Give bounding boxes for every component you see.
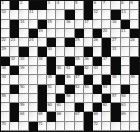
cell-r10c6[interactable]: 51: [47, 85, 56, 94]
cell-r2c11[interactable]: 12: [93, 10, 102, 19]
cell-r12c10[interactable]: [84, 103, 93, 112]
cell-r8c14[interactable]: [121, 66, 130, 75]
crossword-grid: 1234567891011121314151617181920212223242…: [0, 0, 140, 132]
cell-r7c9[interactable]: 35: [75, 57, 84, 66]
clue-number: 43: [93, 66, 97, 70]
cell-r5c15[interactable]: 28: [130, 38, 139, 47]
cell-r5c14[interactable]: [121, 38, 130, 47]
cell-r5c11[interactable]: 26: [93, 38, 102, 47]
cell-r8c12[interactable]: [102, 66, 111, 75]
cell-r1c2-block: [10, 1, 19, 10]
cell-r12c8[interactable]: [65, 103, 74, 112]
cell-r6c5-block: [38, 47, 47, 56]
cell-r9c11[interactable]: [93, 75, 102, 84]
cell-r7c10[interactable]: 36: [84, 57, 93, 66]
clue-number: 49: [130, 75, 134, 79]
cell-r2c10-block: [84, 10, 93, 19]
clue-number: 61: [57, 103, 61, 107]
cell-r12c1[interactable]: [1, 103, 10, 112]
cell-r4c14[interactable]: 21: [121, 29, 130, 38]
cell-r1c1[interactable]: 1: [1, 1, 10, 10]
cell-r2c5[interactable]: [38, 10, 47, 19]
cell-r3c10[interactable]: 17: [84, 20, 93, 29]
cell-r11c10[interactable]: [84, 94, 93, 103]
cell-r7c4[interactable]: [29, 57, 38, 66]
clue-number: 25: [75, 38, 79, 42]
cell-r3c15[interactable]: [130, 20, 139, 29]
cell-r4c3[interactable]: [19, 29, 28, 38]
clue-number: 34: [38, 57, 42, 61]
cell-r5c12-block: [102, 38, 111, 47]
cell-r1c10-block: [84, 1, 93, 10]
cell-r13c13-block: [111, 112, 120, 121]
clue-number: 4: [57, 1, 59, 5]
cell-r14c3[interactable]: [19, 122, 28, 131]
clue-number: 10: [2, 10, 6, 14]
cell-r6c10-block: [84, 47, 93, 56]
clue-number: 24: [29, 38, 33, 42]
cell-r11c8[interactable]: 56: [65, 94, 74, 103]
cell-r13c4[interactable]: [29, 112, 38, 121]
clue-number: 35: [75, 57, 79, 61]
cell-r7c14[interactable]: [121, 57, 130, 66]
cell-r9c14[interactable]: [121, 75, 130, 84]
cell-r12c15[interactable]: [130, 103, 139, 112]
cell-r10c2-block: [10, 85, 19, 94]
cell-r13c11[interactable]: 68: [93, 112, 102, 121]
cell-r7c1-block: [1, 57, 10, 66]
cell-r14c5[interactable]: 71: [38, 122, 47, 131]
cell-r4c4-block: [29, 29, 38, 38]
cell-r6c7[interactable]: [56, 47, 65, 56]
cell-r11c13[interactable]: 57: [111, 94, 120, 103]
cell-r10c5-block: [38, 85, 47, 94]
clue-number: 2: [20, 1, 22, 5]
cell-r8c2-block: [10, 66, 19, 75]
cell-r2c3[interactable]: [19, 10, 28, 19]
cell-r14c12[interactable]: [102, 122, 111, 131]
cell-r2c6[interactable]: [47, 10, 56, 19]
cell-r13c2-block: [10, 112, 19, 121]
cell-r4c15-block: [130, 29, 139, 38]
clue-number: 48: [112, 75, 116, 79]
cell-r3c9[interactable]: [75, 20, 84, 29]
clue-number: 31: [112, 47, 116, 51]
cell-r14c6[interactable]: [47, 122, 56, 131]
cell-r8c7[interactable]: 40: [56, 66, 65, 75]
cell-r3c1[interactable]: [1, 20, 10, 29]
cell-r7c15-block: [130, 57, 139, 66]
cell-r13c10-block: [84, 112, 93, 121]
clue-number: 20: [103, 29, 107, 33]
cell-r4c8[interactable]: [65, 29, 74, 38]
cell-r9c4[interactable]: [29, 75, 38, 84]
cell-r2c9[interactable]: [75, 10, 84, 19]
clue-number: 69: [121, 112, 125, 116]
cell-r13c7[interactable]: 66: [56, 112, 65, 121]
cell-r1c4-block: [29, 1, 38, 10]
cell-r5c5[interactable]: [38, 38, 47, 47]
cell-r12c2-block: [10, 103, 19, 112]
cell-r5c13[interactable]: 27: [111, 38, 120, 47]
cell-r9c3[interactable]: [19, 75, 28, 84]
cell-r8c9-block: [75, 66, 84, 75]
cell-r5c8-block: [65, 38, 74, 47]
cell-r11c6[interactable]: [47, 94, 56, 103]
cell-r4c5[interactable]: 19: [38, 29, 47, 38]
clue-number: 27: [112, 38, 116, 42]
cell-r10c3[interactable]: 50: [19, 85, 28, 94]
cell-r14c1[interactable]: 70: [1, 122, 10, 131]
clue-number: 68: [93, 112, 97, 116]
clue-number: 19: [38, 29, 42, 33]
clue-number: 44: [2, 75, 6, 79]
clue-number: 40: [57, 66, 61, 70]
cell-r14c2[interactable]: [10, 122, 19, 131]
cell-r14c8[interactable]: [65, 122, 74, 131]
cell-r3c7[interactable]: [56, 20, 65, 29]
cell-r9c2[interactable]: [10, 75, 19, 84]
cell-r13c6-block: [47, 112, 56, 121]
cell-r5c10[interactable]: [84, 38, 93, 47]
cell-r12c6[interactable]: 60: [47, 103, 56, 112]
cell-r7c5[interactable]: 34: [38, 57, 47, 66]
cell-r3c14-block: [121, 20, 130, 29]
cell-r1c5-block: [38, 1, 47, 10]
cell-r6c9[interactable]: [75, 47, 84, 56]
cell-r9c10-block: [84, 75, 93, 84]
clue-number: 59: [20, 103, 24, 107]
clue-number: 6: [93, 1, 95, 5]
cell-r5c9[interactable]: 25: [75, 38, 84, 47]
clue-number: 38: [2, 66, 6, 70]
cell-r11c14[interactable]: 58: [121, 94, 130, 103]
cell-r14c9[interactable]: [75, 122, 84, 131]
cell-r9c8[interactable]: 46: [65, 75, 74, 84]
clue-number: 21: [121, 29, 125, 33]
clue-number: 32: [11, 57, 15, 61]
cell-r13c9[interactable]: 67: [75, 112, 84, 121]
cell-r2c13-block: [111, 10, 120, 19]
clue-number: 42: [84, 66, 88, 70]
cell-r1c12[interactable]: 7: [102, 1, 111, 10]
cell-r10c9[interactable]: 52: [75, 85, 84, 94]
cell-r12c14[interactable]: 63: [121, 103, 130, 112]
cell-r14c4-block: [29, 122, 38, 131]
cell-r1c9[interactable]: 5: [75, 1, 84, 10]
cell-r7c12[interactable]: 37: [102, 57, 111, 66]
cell-r8c6-block: [47, 66, 56, 75]
cell-r6c2[interactable]: [10, 47, 19, 56]
cell-r13c8[interactable]: [65, 112, 74, 121]
cell-r11c11[interactable]: [93, 94, 102, 103]
cell-r7c13-block: [111, 57, 120, 66]
clue-number: 29: [2, 47, 6, 51]
clue-number: 71: [38, 122, 42, 126]
cell-r12c7[interactable]: 61: [56, 103, 65, 112]
clue-number: 50: [20, 85, 24, 89]
cell-r3c13[interactable]: 18: [111, 20, 120, 29]
cell-r9c1[interactable]: 44: [1, 75, 10, 84]
cell-r14c14[interactable]: [121, 122, 130, 131]
cell-r6c14[interactable]: [121, 47, 130, 56]
cell-r12c9-block: [75, 103, 84, 112]
cell-r2c8-block: [65, 10, 74, 19]
cell-r2c7[interactable]: [56, 10, 65, 19]
cell-r13c5[interactable]: 65: [38, 112, 47, 121]
cell-r8c3[interactable]: 39: [19, 66, 28, 75]
cell-r10c14-block: [121, 85, 130, 94]
cell-r13c3[interactable]: 64: [19, 112, 28, 121]
cell-r3c8[interactable]: 16: [65, 20, 74, 29]
cell-r2c1[interactable]: 10: [1, 10, 10, 19]
cell-r13c1[interactable]: [1, 112, 10, 121]
cell-r14c7[interactable]: [56, 122, 65, 131]
clue-number: 46: [66, 75, 70, 79]
cell-r5c2[interactable]: 23: [10, 38, 19, 47]
cell-r6c6[interactable]: 30: [47, 47, 56, 56]
cell-r4c12[interactable]: 20: [102, 29, 111, 38]
cell-r2c14[interactable]: 13: [121, 10, 130, 19]
cell-r3c5-block: [38, 20, 47, 29]
cell-r7c7[interactable]: [56, 57, 65, 66]
cell-r14c10-block: [84, 122, 93, 131]
cell-r11c4[interactable]: [29, 94, 38, 103]
cell-r8c10[interactable]: 42: [84, 66, 93, 75]
cell-r11c2[interactable]: [10, 94, 19, 103]
clue-number: 70: [2, 122, 6, 126]
cell-r14c15[interactable]: [130, 122, 139, 131]
clue-number: 67: [75, 112, 79, 116]
clue-number: 16: [66, 20, 70, 24]
clue-number: 53: [84, 85, 88, 89]
cell-r6c11[interactable]: [93, 47, 102, 56]
cell-r9c9[interactable]: 47: [75, 75, 84, 84]
cell-r8c13-block: [111, 66, 120, 75]
cell-r10c12[interactable]: 54: [102, 85, 111, 94]
clue-number: 66: [57, 112, 61, 116]
cell-r7c11-block: [93, 57, 102, 66]
cell-r8c4[interactable]: [29, 66, 38, 75]
clue-number: 45: [47, 75, 51, 79]
cell-r4c9-block: [75, 29, 84, 38]
cell-r3c3[interactable]: 14: [19, 20, 28, 29]
cell-r13c14[interactable]: 69: [121, 112, 130, 121]
cell-r10c10[interactable]: 53: [84, 85, 93, 94]
cell-r12c3[interactable]: 59: [19, 103, 28, 112]
clue-number: 41: [66, 66, 70, 70]
clue-number: 15: [47, 20, 51, 24]
clue-number: 33: [20, 57, 24, 61]
cell-r9c6[interactable]: 45: [47, 75, 56, 84]
clue-number: 3: [47, 1, 49, 5]
clue-number: 37: [103, 57, 107, 61]
cell-r4c10[interactable]: [84, 29, 93, 38]
clue-number: 54: [103, 85, 107, 89]
cell-r6c13[interactable]: 31: [111, 47, 120, 56]
cell-r13c15[interactable]: [130, 112, 139, 121]
clue-number: 9: [130, 1, 132, 5]
cell-r12c4[interactable]: [29, 103, 38, 112]
clue-number: 51: [47, 85, 51, 89]
clue-number: 52: [75, 85, 79, 89]
cell-r10c13[interactable]: [111, 85, 120, 94]
cell-r3c11[interactable]: [93, 20, 102, 29]
clue-number: 57: [112, 94, 116, 98]
cell-r9c12-block: [102, 75, 111, 84]
clue-number: 17: [84, 20, 88, 24]
cell-r2c15[interactable]: [130, 10, 139, 19]
cell-r6c4[interactable]: [29, 47, 38, 56]
cell-r9c5[interactable]: [38, 75, 47, 84]
clue-number: 64: [20, 112, 24, 116]
cell-r3c2-block: [10, 20, 19, 29]
clue-number: 13: [121, 10, 125, 14]
cell-r9c13[interactable]: 48: [111, 75, 120, 84]
clue-number: 5: [75, 1, 77, 5]
cell-r12c12[interactable]: 62: [102, 103, 111, 112]
cell-r7c2[interactable]: 32: [10, 57, 19, 66]
cell-r4c1[interactable]: [1, 29, 10, 38]
cell-r11c7-block: [56, 94, 65, 103]
clue-number: 72: [93, 122, 97, 126]
clue-number: 18: [112, 20, 116, 24]
cell-r4c13[interactable]: [111, 29, 120, 38]
clue-number: 30: [47, 47, 51, 51]
cell-r1c6[interactable]: 3: [47, 1, 56, 10]
cell-r11c9[interactable]: [75, 94, 84, 103]
clue-number: 14: [20, 20, 24, 24]
cell-r4c7[interactable]: [56, 29, 65, 38]
cell-r2c12[interactable]: [102, 10, 111, 19]
clue-number: 28: [130, 38, 134, 42]
cell-r9c7-block: [56, 75, 65, 84]
cell-r6c3-block: [19, 47, 28, 56]
clue-number: 55: [2, 94, 6, 98]
clue-number: 39: [20, 66, 24, 70]
cell-r1c15[interactable]: 9: [130, 1, 139, 10]
cell-r1c13[interactable]: [111, 1, 120, 10]
cell-r13c12[interactable]: [102, 112, 111, 121]
cell-r6c8[interactable]: [65, 47, 74, 56]
cell-r11c12-block: [102, 94, 111, 103]
cell-r7c8-block: [65, 57, 74, 66]
cell-r10c1[interactable]: [1, 85, 10, 94]
clue-number: 56: [66, 94, 70, 98]
cell-r1c3[interactable]: 2: [19, 1, 28, 10]
clue-number: 22: [2, 38, 6, 42]
cell-r8c15-block: [130, 66, 139, 75]
cell-r6c12-block: [102, 47, 111, 56]
cell-r8c5[interactable]: [38, 66, 47, 75]
cell-r9c15[interactable]: 49: [130, 75, 139, 84]
cell-r7c6-block: [47, 57, 56, 66]
cell-r1c14[interactable]: 8: [121, 1, 130, 10]
clue-number: 47: [75, 75, 79, 79]
cell-r2c2[interactable]: [10, 10, 19, 19]
cell-r3c12[interactable]: [102, 20, 111, 29]
cell-r6c15[interactable]: [130, 47, 139, 56]
cell-r5c6-block: [47, 38, 56, 47]
cell-r14c13[interactable]: [111, 122, 120, 131]
cell-r11c3[interactable]: [19, 94, 28, 103]
cell-r14c11[interactable]: 72: [93, 122, 102, 131]
cell-r12c5-block: [38, 103, 47, 112]
cell-r5c7[interactable]: [56, 38, 65, 47]
cell-r5c3[interactable]: [19, 38, 28, 47]
clue-number: 12: [93, 10, 97, 14]
cell-r4c2-block: [10, 29, 19, 38]
cell-r5c1[interactable]: 22: [1, 38, 10, 47]
clue-number: 11: [29, 10, 33, 14]
crossword-board: 1234567891011121314151617181920212223242…: [0, 0, 140, 132]
cell-r12c13-block: [111, 103, 120, 112]
cell-r2c4[interactable]: 11: [29, 10, 38, 19]
cell-r8c1[interactable]: 38: [1, 66, 10, 75]
cell-r4c11-block: [93, 29, 102, 38]
cell-r10c11-block: [93, 85, 102, 94]
clue-number: 23: [11, 38, 15, 42]
cell-r5c4[interactable]: 24: [29, 38, 38, 47]
cell-r11c1[interactable]: 55: [1, 94, 10, 103]
cell-r11c5-block: [38, 94, 47, 103]
clue-number: 58: [121, 94, 125, 98]
cell-r12c11-block: [93, 103, 102, 112]
cell-r11c15[interactable]: [130, 94, 139, 103]
cell-r3c4[interactable]: [29, 20, 38, 29]
cell-r10c4[interactable]: [29, 85, 38, 94]
cell-r10c7[interactable]: [56, 85, 65, 94]
cell-r10c15[interactable]: [130, 85, 139, 94]
clue-number: 60: [47, 103, 51, 107]
clue-number: 36: [84, 57, 88, 61]
cell-r7c3[interactable]: 33: [19, 57, 28, 66]
clue-number: 8: [121, 1, 123, 5]
cell-r3c6[interactable]: 15: [47, 20, 56, 29]
cell-r4c6[interactable]: [47, 29, 56, 38]
cell-r1c8[interactable]: [65, 1, 74, 10]
clue-number: 1: [2, 1, 4, 5]
cell-r1c7[interactable]: 4: [56, 1, 65, 10]
cell-r8c11[interactable]: 43: [93, 66, 102, 75]
clue-number: 65: [38, 112, 42, 116]
cell-r1c11[interactable]: 6: [93, 1, 102, 10]
clue-number: 63: [121, 103, 125, 107]
clue-number: 7: [103, 1, 105, 5]
cell-r8c8[interactable]: 41: [65, 66, 74, 75]
clue-number: 26: [93, 38, 97, 42]
clue-number: 62: [103, 103, 107, 107]
cell-r6c1[interactable]: 29: [1, 47, 10, 56]
cell-r10c8-block: [65, 85, 74, 94]
